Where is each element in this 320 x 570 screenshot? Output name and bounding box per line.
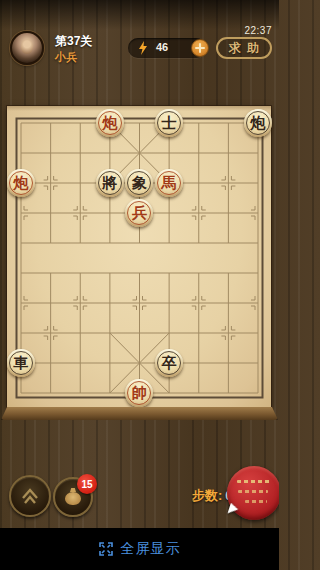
board-base [1,407,278,420]
fullscreen-bar[interactable]: 全屏显示 [0,528,279,570]
piece-red-cannon[interactable]: 炮 [7,169,35,197]
piece-glyph: 兵 [132,205,147,220]
piece-black-elephant[interactable]: 象 [125,169,153,197]
add-energy-button[interactable] [191,39,209,57]
piece-glyph: 卒 [161,355,176,370]
fullscreen-icon [99,542,113,556]
piece-glyph: 士 [161,115,176,130]
piece-black-cannon[interactable]: 炮 [244,109,272,137]
piece-glyph: 帥 [132,385,147,400]
seal-stamp-button[interactable] [227,466,279,520]
lightning-icon [138,41,148,55]
piece-black-soldier[interactable]: 卒 [155,349,183,377]
steps-label: 步数: [192,488,222,503]
piece-black-advisor[interactable]: 士 [155,109,183,137]
piece-glyph: 炮 [102,115,117,130]
piece-glyph: 馬 [161,175,176,190]
seal-calligraphy [237,480,271,483]
energy-value: 46 [156,41,168,53]
fullscreen-label[interactable]: 全屏显示 [121,540,181,558]
energy-pill: 46 [128,38,206,58]
collapse-panel-button[interactable] [9,475,51,517]
avatar[interactable] [10,31,44,65]
piece-glyph: 象 [132,175,147,190]
piece-black-chariot[interactable]: 車 [7,349,35,377]
piece-red-cannon[interactable]: 炮 [96,109,124,137]
xiangqi-board[interactable]: 炮士炮炮將象馬兵車卒帥 [7,106,271,407]
piece-glyph: 炮 [13,175,28,190]
piece-red-soldier[interactable]: 兵 [125,199,153,227]
piece-red-horse[interactable]: 馬 [155,169,183,197]
piece-grid: 炮士炮炮將象馬兵車卒帥 [6,108,273,408]
piece-red-general[interactable]: 帥 [125,379,153,407]
help-button[interactable]: 求助 [216,37,272,59]
rank-label: 小兵 [55,50,77,65]
chevron-up-icon [19,486,41,506]
clock: 22:37 [244,25,272,36]
status-bar-shade [0,0,279,30]
level-title: 第37关 [55,33,92,50]
piece-glyph: 炮 [250,115,265,130]
plus-icon [195,43,205,53]
bag-badge: 15 [77,474,97,494]
piece-black-general[interactable]: 將 [96,169,124,197]
hand-cursor-icon [228,503,240,516]
piece-glyph: 車 [13,355,28,370]
piece-glyph: 將 [102,175,117,190]
